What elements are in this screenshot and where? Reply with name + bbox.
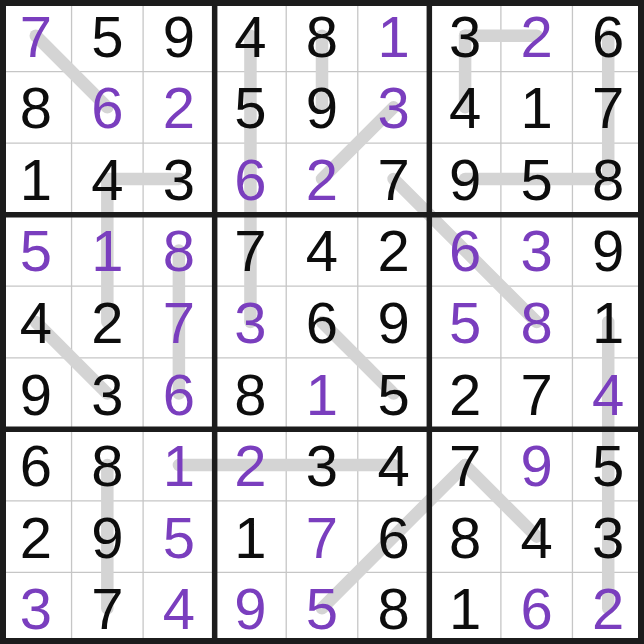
cell-r4c4[interactable]: 7 xyxy=(215,216,287,288)
cell-r1c1[interactable]: 7 xyxy=(0,1,72,73)
cell-r5c3[interactable]: 7 xyxy=(143,287,215,359)
cell-r4c6[interactable]: 2 xyxy=(358,216,430,288)
cell-r2c9[interactable]: 7 xyxy=(572,73,644,145)
cell-r8c6[interactable]: 6 xyxy=(358,502,430,574)
cell-r4c3[interactable]: 8 xyxy=(143,216,215,288)
cell-r7c6[interactable]: 4 xyxy=(358,430,430,502)
cell-r3c6[interactable]: 7 xyxy=(358,144,430,216)
cell-r4c8[interactable]: 3 xyxy=(501,216,573,288)
cell-r2c6[interactable]: 3 xyxy=(358,73,430,145)
cell-r5c1[interactable]: 4 xyxy=(0,287,72,359)
cell-r6c6[interactable]: 5 xyxy=(358,359,430,431)
cell-r6c9[interactable]: 4 xyxy=(572,359,644,431)
cell-r4c7[interactable]: 6 xyxy=(429,216,501,288)
cell-r1c4[interactable]: 4 xyxy=(215,1,287,73)
cell-r7c9[interactable]: 5 xyxy=(572,430,644,502)
cell-r8c5[interactable]: 7 xyxy=(286,502,358,574)
cell-r9c1[interactable]: 3 xyxy=(0,573,72,644)
cell-r7c5[interactable]: 3 xyxy=(286,430,358,502)
cell-r6c2[interactable]: 3 xyxy=(72,359,144,431)
cell-r1c6[interactable]: 1 xyxy=(358,1,430,73)
cell-r7c7[interactable]: 7 xyxy=(429,430,501,502)
cell-r3c3[interactable]: 3 xyxy=(143,144,215,216)
cell-r5c4[interactable]: 3 xyxy=(215,287,287,359)
cell-r3c4[interactable]: 6 xyxy=(215,144,287,216)
cell-r4c9[interactable]: 9 xyxy=(572,216,644,288)
cell-r2c5[interactable]: 9 xyxy=(286,73,358,145)
cell-r9c4[interactable]: 9 xyxy=(215,573,287,644)
cell-r5c6[interactable]: 9 xyxy=(358,287,430,359)
cell-r8c9[interactable]: 3 xyxy=(572,502,644,574)
cell-r6c1[interactable]: 9 xyxy=(0,359,72,431)
cell-r2c3[interactable]: 2 xyxy=(143,73,215,145)
cell-r1c7[interactable]: 3 xyxy=(429,1,501,73)
cell-r9c8[interactable]: 6 xyxy=(501,573,573,644)
cell-r8c2[interactable]: 9 xyxy=(72,502,144,574)
cell-r9c9[interactable]: 2 xyxy=(572,573,644,644)
cell-r1c8[interactable]: 2 xyxy=(501,1,573,73)
cell-r9c2[interactable]: 7 xyxy=(72,573,144,644)
cell-r3c9[interactable]: 8 xyxy=(572,144,644,216)
cell-r4c2[interactable]: 1 xyxy=(72,216,144,288)
cell-r9c3[interactable]: 4 xyxy=(143,573,215,644)
cell-r8c1[interactable]: 2 xyxy=(0,502,72,574)
cell-r6c7[interactable]: 2 xyxy=(429,359,501,431)
cell-r3c2[interactable]: 4 xyxy=(72,144,144,216)
cell-r5c7[interactable]: 5 xyxy=(429,287,501,359)
cell-r6c5[interactable]: 1 xyxy=(286,359,358,431)
cell-r4c1[interactable]: 5 xyxy=(0,216,72,288)
cell-r2c2[interactable]: 6 xyxy=(72,73,144,145)
cell-r2c7[interactable]: 4 xyxy=(429,73,501,145)
cell-r7c1[interactable]: 6 xyxy=(0,430,72,502)
cell-r2c1[interactable]: 8 xyxy=(0,73,72,145)
cell-r9c5[interactable]: 5 xyxy=(286,573,358,644)
cell-r8c8[interactable]: 4 xyxy=(501,502,573,574)
cell-r1c3[interactable]: 9 xyxy=(143,1,215,73)
cell-r6c4[interactable]: 8 xyxy=(215,359,287,431)
cell-r2c4[interactable]: 5 xyxy=(215,73,287,145)
cell-r9c6[interactable]: 8 xyxy=(358,573,430,644)
cell-r1c9[interactable]: 6 xyxy=(572,1,644,73)
cell-r8c7[interactable]: 8 xyxy=(429,502,501,574)
cell-r2c8[interactable]: 1 xyxy=(501,73,573,145)
cell-r4c5[interactable]: 4 xyxy=(286,216,358,288)
cell-r9c7[interactable]: 1 xyxy=(429,573,501,644)
cell-r3c7[interactable]: 9 xyxy=(429,144,501,216)
cell-r8c3[interactable]: 5 xyxy=(143,502,215,574)
cell-r7c3[interactable]: 1 xyxy=(143,430,215,502)
cell-r1c2[interactable]: 5 xyxy=(72,1,144,73)
cell-r3c1[interactable]: 1 xyxy=(0,144,72,216)
cell-r1c5[interactable]: 8 xyxy=(286,1,358,73)
cell-r6c8[interactable]: 7 xyxy=(501,359,573,431)
cell-r6c3[interactable]: 6 xyxy=(143,359,215,431)
cell-r7c8[interactable]: 9 xyxy=(501,430,573,502)
sudoku-board: 7594813268625934171436279585187426394273… xyxy=(0,0,644,644)
cell-r5c2[interactable]: 2 xyxy=(72,287,144,359)
cell-r5c5[interactable]: 6 xyxy=(286,287,358,359)
cell-r3c8[interactable]: 5 xyxy=(501,144,573,216)
cell-r8c4[interactable]: 1 xyxy=(215,502,287,574)
cell-r7c4[interactable]: 2 xyxy=(215,430,287,502)
board-cells: 7594813268625934171436279585187426394273… xyxy=(0,0,644,644)
cell-r3c5[interactable]: 2 xyxy=(286,144,358,216)
cell-r7c2[interactable]: 8 xyxy=(72,430,144,502)
cell-r5c9[interactable]: 1 xyxy=(572,287,644,359)
cell-r5c8[interactable]: 8 xyxy=(501,287,573,359)
